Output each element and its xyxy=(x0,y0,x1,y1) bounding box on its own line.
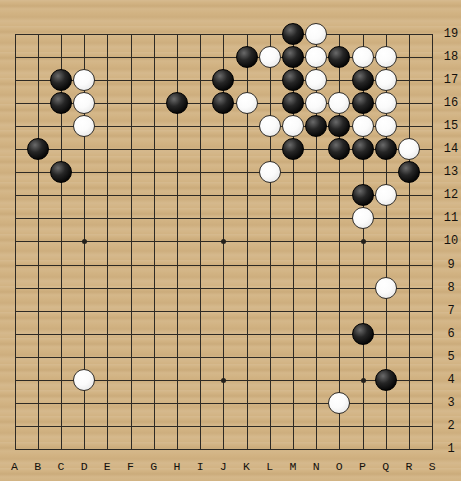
column-label: F xyxy=(127,461,134,473)
row-label: 4 xyxy=(447,374,454,386)
stone-white[interactable] xyxy=(73,369,95,391)
stone-black[interactable] xyxy=(50,161,72,183)
column-label: O xyxy=(336,461,343,473)
stone-black[interactable] xyxy=(305,115,327,137)
row-label: 6 xyxy=(447,328,454,340)
column-label: L xyxy=(266,461,273,473)
grid-line-vertical xyxy=(432,34,433,451)
row-label: 15 xyxy=(444,120,458,132)
row-label: 7 xyxy=(447,305,454,317)
stone-white[interactable] xyxy=(328,392,350,414)
stone-white[interactable] xyxy=(305,69,327,91)
grid-line-vertical xyxy=(15,34,16,451)
stone-white[interactable] xyxy=(259,46,281,68)
column-label: I xyxy=(197,461,204,473)
column-label: M xyxy=(289,461,296,473)
grid-line-vertical xyxy=(270,34,271,451)
stone-white[interactable] xyxy=(375,277,397,299)
stone-black[interactable] xyxy=(50,92,72,114)
stone-black[interactable] xyxy=(282,138,304,160)
hoshi-point xyxy=(82,239,87,244)
stone-white[interactable] xyxy=(375,69,397,91)
stone-white[interactable] xyxy=(375,92,397,114)
row-label: 17 xyxy=(444,74,458,86)
row-label: 19 xyxy=(444,28,458,40)
stone-white[interactable] xyxy=(282,115,304,137)
grid-line-vertical xyxy=(409,34,410,451)
grid-line-vertical xyxy=(200,34,201,451)
column-label: Q xyxy=(382,461,389,473)
stone-white[interactable] xyxy=(305,23,327,45)
stone-black[interactable] xyxy=(212,92,234,114)
stone-black[interactable] xyxy=(398,161,420,183)
stone-black[interactable] xyxy=(212,69,234,91)
stone-black[interactable] xyxy=(328,46,350,68)
hoshi-point xyxy=(221,239,226,244)
stone-white[interactable] xyxy=(305,92,327,114)
stone-black[interactable] xyxy=(352,138,374,160)
row-label: 5 xyxy=(447,351,454,363)
column-label: K xyxy=(243,461,250,473)
stone-black[interactable] xyxy=(50,69,72,91)
stone-white[interactable] xyxy=(259,161,281,183)
stone-white[interactable] xyxy=(73,69,95,91)
column-label: J xyxy=(220,461,227,473)
stone-white[interactable] xyxy=(236,92,258,114)
stone-black[interactable] xyxy=(352,323,374,345)
column-label: D xyxy=(81,461,88,473)
column-label: G xyxy=(150,461,157,473)
row-label: 10 xyxy=(444,235,458,247)
column-label: B xyxy=(34,461,41,473)
stone-white[interactable] xyxy=(352,207,374,229)
row-label: 16 xyxy=(444,97,458,109)
grid-line-vertical xyxy=(38,34,39,451)
row-label: 11 xyxy=(444,212,458,224)
stone-white[interactable] xyxy=(73,92,95,114)
stone-white[interactable] xyxy=(398,138,420,160)
grid-line-vertical xyxy=(154,34,155,451)
stone-black[interactable] xyxy=(282,23,304,45)
stone-black[interactable] xyxy=(282,69,304,91)
hoshi-point xyxy=(221,378,226,383)
stone-white[interactable] xyxy=(305,46,327,68)
stone-black[interactable] xyxy=(27,138,49,160)
row-label: 14 xyxy=(444,143,458,155)
stone-black[interactable] xyxy=(328,138,350,160)
stone-black[interactable] xyxy=(375,369,397,391)
stone-black[interactable] xyxy=(328,115,350,137)
row-label: 3 xyxy=(447,397,454,409)
stone-white[interactable] xyxy=(259,115,281,137)
column-label: R xyxy=(405,461,412,473)
stone-black[interactable] xyxy=(282,92,304,114)
stone-black[interactable] xyxy=(352,184,374,206)
stone-white[interactable] xyxy=(73,115,95,137)
column-label: S xyxy=(429,461,436,473)
hoshi-point xyxy=(361,239,366,244)
stone-white[interactable] xyxy=(375,46,397,68)
column-label: A xyxy=(11,461,18,473)
stone-white[interactable] xyxy=(352,46,374,68)
column-label: C xyxy=(57,461,64,473)
row-label: 13 xyxy=(444,166,458,178)
stone-black[interactable] xyxy=(352,92,374,114)
row-label: 12 xyxy=(444,189,458,201)
column-label: E xyxy=(104,461,111,473)
row-label: 18 xyxy=(444,51,458,63)
row-label: 2 xyxy=(447,420,454,432)
column-label: N xyxy=(313,461,320,473)
column-label: P xyxy=(359,461,366,473)
stone-white[interactable] xyxy=(352,115,374,137)
stone-white[interactable] xyxy=(375,184,397,206)
column-label: H xyxy=(173,461,180,473)
stone-white[interactable] xyxy=(375,115,397,137)
go-board-screenshot: ABCDEFGHIJKLMNOPQRS191817161514131211109… xyxy=(0,0,461,481)
row-label: 1 xyxy=(447,443,454,455)
stone-black[interactable] xyxy=(375,138,397,160)
stone-black[interactable] xyxy=(236,46,258,68)
stone-black[interactable] xyxy=(282,46,304,68)
grid-line-vertical xyxy=(107,34,108,451)
stone-black[interactable] xyxy=(166,92,188,114)
row-label: 8 xyxy=(447,282,454,294)
grid-line-vertical xyxy=(131,34,132,451)
hoshi-point xyxy=(361,378,366,383)
stone-black[interactable] xyxy=(352,69,374,91)
stone-white[interactable] xyxy=(328,92,350,114)
row-label: 9 xyxy=(447,259,454,271)
